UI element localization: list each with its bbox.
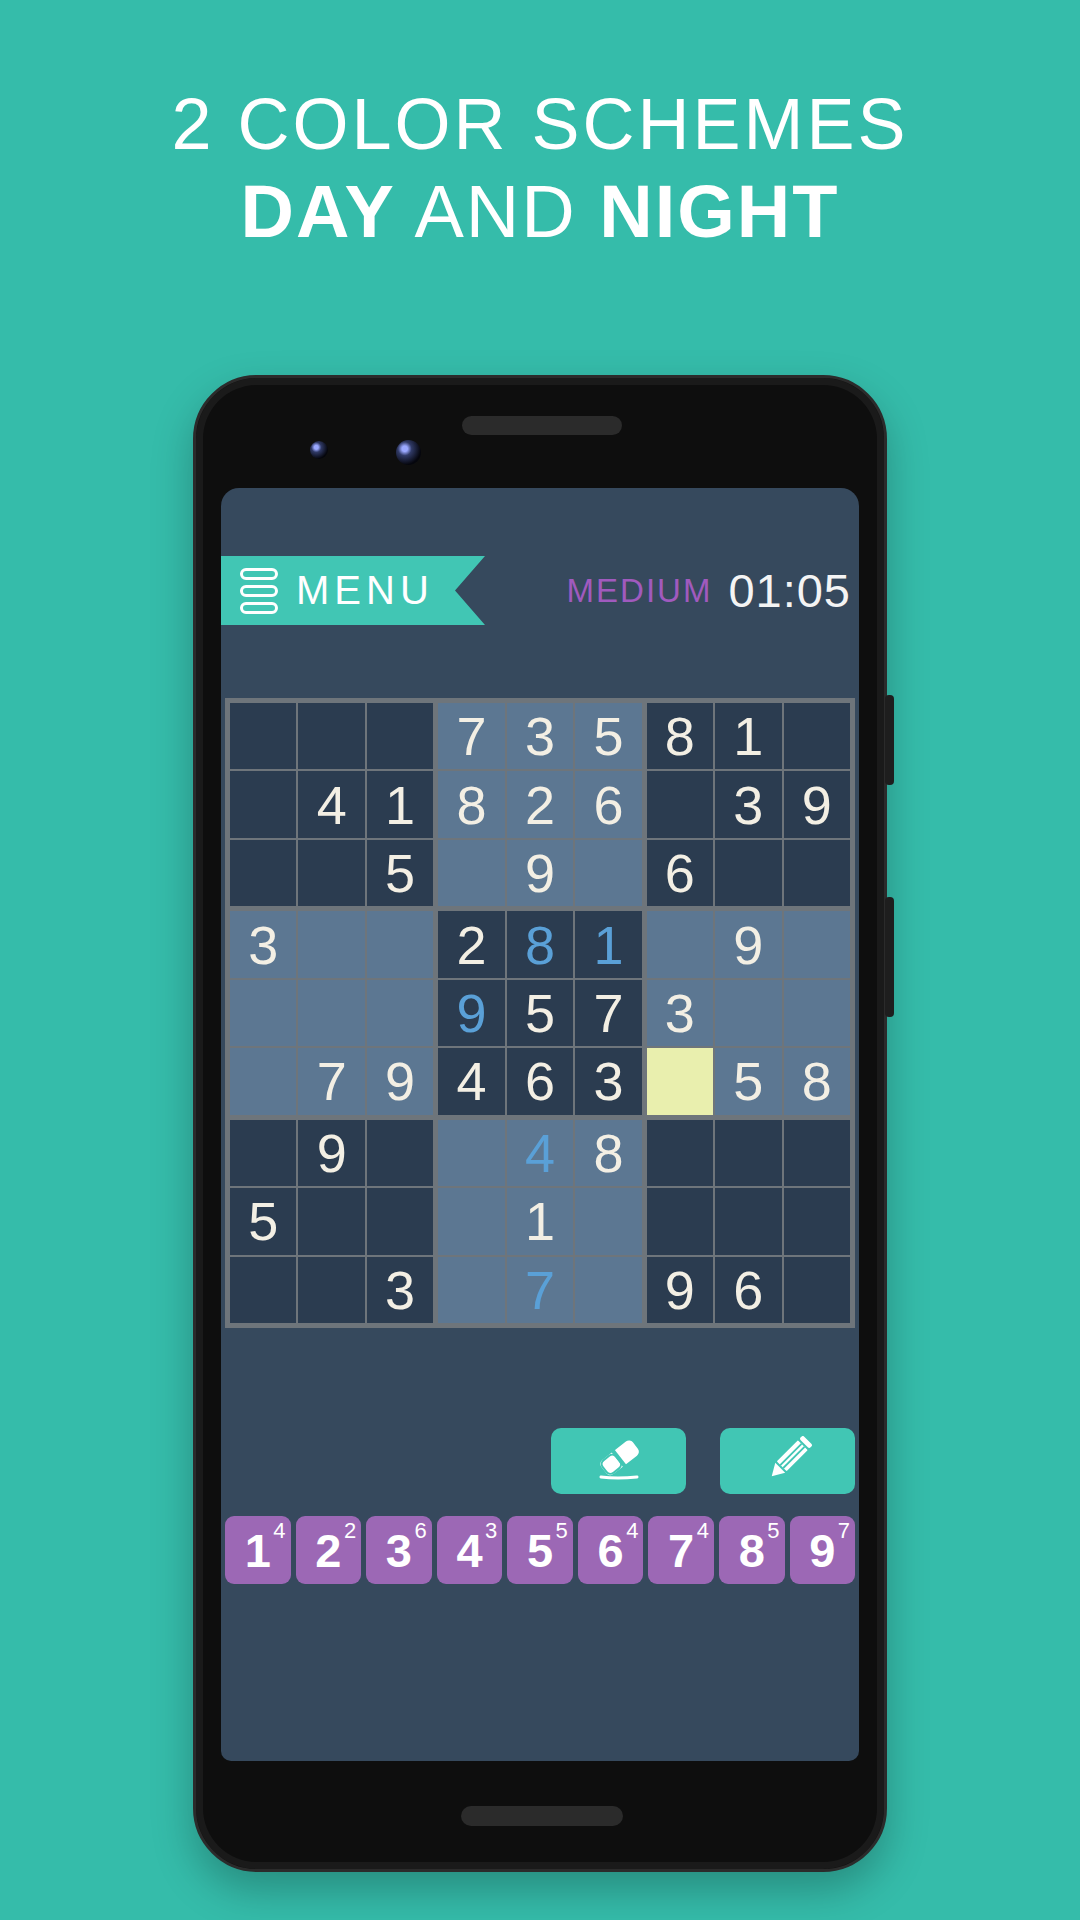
cell-r4c6[interactable]: 1 [575, 911, 641, 977]
eraser-button[interactable] [551, 1428, 686, 1494]
earpiece-speaker [462, 416, 622, 435]
cell-r4c2[interactable] [298, 911, 364, 977]
number-pad: 142236435564748597 [225, 1516, 855, 1584]
cell-r1c5[interactable]: 3 [507, 703, 573, 769]
cell-r8c7[interactable] [647, 1188, 713, 1254]
cell-r2c8[interactable]: 3 [715, 771, 781, 837]
numpad-button-4[interactable]: 43 [437, 1516, 503, 1584]
numpad-digit: 2 [315, 1523, 341, 1578]
cell-r8c3[interactable] [367, 1188, 433, 1254]
cell-r2c3[interactable]: 1 [367, 771, 433, 837]
cell-r1c4[interactable]: 7 [438, 703, 504, 769]
numpad-digit: 7 [668, 1523, 694, 1578]
numpad-count-badge: 4 [697, 1518, 709, 1544]
cell-r5c2[interactable] [298, 980, 364, 1046]
numpad-digit: 1 [245, 1523, 271, 1578]
cell-r9c1[interactable] [230, 1257, 296, 1323]
banner-line1: 2 COLOR SCHEMES [0, 80, 1080, 168]
numpad-count-badge: 5 [556, 1518, 568, 1544]
numpad-button-7[interactable]: 74 [648, 1516, 714, 1584]
sudoku-box-8: 4817 [438, 1120, 641, 1323]
cell-r5c5[interactable]: 5 [507, 980, 573, 1046]
cell-r1c1[interactable] [230, 703, 296, 769]
cell-r3c9[interactable] [784, 840, 850, 906]
sudoku-box-2: 7358269 [438, 703, 641, 906]
pencil-icon [762, 1436, 814, 1487]
power-button [885, 695, 894, 785]
numpad-count-badge: 6 [414, 1518, 426, 1544]
phone-frame: MENU MEDIUM 01:05 4157358269813963792819… [193, 375, 887, 1872]
cell-r7c7[interactable] [647, 1120, 713, 1186]
cell-r4c3[interactable] [367, 911, 433, 977]
promo-banner: 2 COLOR SCHEMES DAY AND NIGHT [0, 80, 1080, 256]
cell-r1c2[interactable] [298, 703, 364, 769]
cell-r6c8[interactable]: 5 [715, 1048, 781, 1114]
sudoku-box-6: 9358 [647, 911, 850, 1114]
cell-r3c1[interactable] [230, 840, 296, 906]
cell-r5c6[interactable]: 7 [575, 980, 641, 1046]
cell-r5c3[interactable] [367, 980, 433, 1046]
cell-r4c4[interactable]: 2 [438, 911, 504, 977]
bottom-speaker [461, 1806, 623, 1826]
cell-r7c8[interactable] [715, 1120, 781, 1186]
cell-r1c7[interactable]: 8 [647, 703, 713, 769]
banner-and: AND [396, 170, 599, 253]
cell-r5c1[interactable] [230, 980, 296, 1046]
cell-r6c7[interactable] [647, 1048, 713, 1114]
cell-r7c6[interactable]: 8 [575, 1120, 641, 1186]
cell-r2c7[interactable] [647, 771, 713, 837]
numpad-button-8[interactable]: 85 [719, 1516, 785, 1584]
cell-r3c5[interactable]: 9 [507, 840, 573, 906]
cell-r5c7[interactable]: 3 [647, 980, 713, 1046]
cell-r5c4[interactable]: 9 [438, 980, 504, 1046]
sudoku-box-1: 415 [230, 703, 433, 906]
cell-r4c7[interactable] [647, 911, 713, 977]
sudoku-box-7: 953 [230, 1120, 433, 1323]
cell-r1c3[interactable] [367, 703, 433, 769]
timer: 01:05 [728, 563, 851, 618]
numpad-digit: 3 [386, 1523, 412, 1578]
volume-button [885, 897, 894, 1017]
cell-r1c6[interactable]: 5 [575, 703, 641, 769]
cell-r8c1[interactable]: 5 [230, 1188, 296, 1254]
sudoku-box-5: 281957463 [438, 911, 641, 1114]
hud: MEDIUM 01:05 [567, 556, 851, 625]
cell-r2c4[interactable]: 8 [438, 771, 504, 837]
cell-r5c8[interactable] [715, 980, 781, 1046]
cell-r9c3[interactable]: 3 [367, 1257, 433, 1323]
cell-r8c8[interactable] [715, 1188, 781, 1254]
cell-r1c9[interactable] [784, 703, 850, 769]
pencil-button[interactable] [720, 1428, 855, 1494]
numpad-digit: 5 [527, 1523, 553, 1578]
cell-r7c2[interactable]: 9 [298, 1120, 364, 1186]
numpad-digit: 4 [456, 1523, 482, 1578]
cell-r7c3[interactable] [367, 1120, 433, 1186]
difficulty-label: MEDIUM [567, 572, 713, 610]
sudoku-app-screen: MENU MEDIUM 01:05 4157358269813963792819… [221, 488, 859, 1761]
cell-r7c1[interactable] [230, 1120, 296, 1186]
sudoku-box-3: 81396 [647, 703, 850, 906]
cell-r3c8[interactable] [715, 840, 781, 906]
cell-r6c3[interactable]: 9 [367, 1048, 433, 1114]
numpad-count-badge: 2 [344, 1518, 356, 1544]
cell-r3c7[interactable]: 6 [647, 840, 713, 906]
cell-r7c5[interactable]: 4 [507, 1120, 573, 1186]
cell-r7c9[interactable] [784, 1120, 850, 1186]
cell-r2c2[interactable]: 4 [298, 771, 364, 837]
cell-r2c5[interactable]: 2 [507, 771, 573, 837]
numpad-button-5[interactable]: 55 [507, 1516, 573, 1584]
numpad-button-6[interactable]: 64 [578, 1516, 644, 1584]
cell-r6c1[interactable] [230, 1048, 296, 1114]
cell-r1c8[interactable]: 1 [715, 703, 781, 769]
numpad-button-2[interactable]: 22 [296, 1516, 362, 1584]
numpad-digit: 8 [739, 1523, 765, 1578]
numpad-count-badge: 4 [626, 1518, 638, 1544]
cell-r4c5[interactable]: 8 [507, 911, 573, 977]
cell-r9c5[interactable]: 7 [507, 1257, 573, 1323]
cell-r2c9[interactable]: 9 [784, 771, 850, 837]
cell-r6c2[interactable]: 7 [298, 1048, 364, 1114]
cell-r8c9[interactable] [784, 1188, 850, 1254]
cell-r3c4[interactable] [438, 840, 504, 906]
app-header: MENU MEDIUM 01:05 [221, 556, 859, 625]
numpad-count-badge: 5 [767, 1518, 779, 1544]
menu-label: MENU [296, 568, 434, 613]
banner-night: NIGHT [599, 170, 839, 253]
cell-r8c5[interactable]: 1 [507, 1188, 573, 1254]
sudoku-board: 4157358269813963792819574639358953481796 [225, 698, 855, 1328]
cell-r4c9[interactable] [784, 911, 850, 977]
numpad-digit: 6 [598, 1523, 624, 1578]
cell-r2c6[interactable]: 6 [575, 771, 641, 837]
cell-r9c7[interactable]: 9 [647, 1257, 713, 1323]
cell-r3c6[interactable] [575, 840, 641, 906]
cell-r8c6[interactable] [575, 1188, 641, 1254]
numpad-button-3[interactable]: 36 [366, 1516, 432, 1584]
menu-button[interactable]: MENU [221, 556, 485, 625]
front-camera-icon [310, 441, 328, 459]
cell-r9c9[interactable] [784, 1257, 850, 1323]
action-buttons [221, 1428, 855, 1494]
banner-day: DAY [241, 170, 396, 253]
cell-r2c1[interactable] [230, 771, 296, 837]
cell-r9c2[interactable] [298, 1257, 364, 1323]
cell-r6c5[interactable]: 6 [507, 1048, 573, 1114]
front-camera-icon [396, 440, 421, 465]
cell-r4c1[interactable]: 3 [230, 911, 296, 977]
cell-r8c2[interactable] [298, 1188, 364, 1254]
cell-r8c4[interactable] [438, 1188, 504, 1254]
eraser-icon [591, 1437, 647, 1486]
sudoku-box-9: 96 [647, 1120, 850, 1323]
hamburger-icon [240, 568, 278, 614]
cell-r3c3[interactable]: 5 [367, 840, 433, 906]
cell-r9c4[interactable] [438, 1257, 504, 1323]
cell-r6c6[interactable]: 3 [575, 1048, 641, 1114]
cell-r6c9[interactable]: 8 [784, 1048, 850, 1114]
cell-r9c6[interactable] [575, 1257, 641, 1323]
banner-line2: DAY AND NIGHT [0, 168, 1080, 256]
numpad-button-1[interactable]: 14 [225, 1516, 291, 1584]
sudoku-box-4: 379 [230, 911, 433, 1114]
cell-r4c8[interactable]: 9 [715, 911, 781, 977]
cell-r7c4[interactable] [438, 1120, 504, 1186]
numpad-count-badge: 3 [485, 1518, 497, 1544]
numpad-button-9[interactable]: 97 [790, 1516, 856, 1584]
cell-r6c4[interactable]: 4 [438, 1048, 504, 1114]
cell-r3c2[interactable] [298, 840, 364, 906]
numpad-digit: 9 [809, 1523, 835, 1578]
cell-r9c8[interactable]: 6 [715, 1257, 781, 1323]
cell-r5c9[interactable] [784, 980, 850, 1046]
numpad-count-badge: 7 [838, 1518, 850, 1544]
numpad-count-badge: 4 [273, 1518, 285, 1544]
